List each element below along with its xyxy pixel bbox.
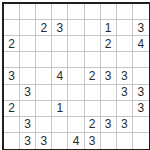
empty-cell-r8c1[interactable] <box>4 117 20 133</box>
clue-cell-r2c4: 3 <box>52 20 68 36</box>
clue-cell-r9c6: 3 <box>85 133 101 149</box>
clue-cell-r7c1: 2 <box>4 101 20 117</box>
empty-cell-r1c4[interactable] <box>52 4 68 20</box>
empty-cell-r1c3[interactable] <box>36 4 52 20</box>
empty-cell-r6c7[interactable] <box>101 85 117 101</box>
empty-cell-r6c1[interactable] <box>4 85 20 101</box>
empty-cell-r9c1[interactable] <box>4 133 20 149</box>
minesweeper-board: 23132243423333321332333343 <box>2 2 150 150</box>
empty-cell-r9c9[interactable] <box>133 133 149 149</box>
clue-cell-r9c5: 4 <box>68 133 84 149</box>
clue-cell-r2c9: 3 <box>133 20 149 36</box>
empty-cell-r4c3[interactable] <box>36 52 52 68</box>
empty-cell-r2c5[interactable] <box>68 20 84 36</box>
clue-cell-r3c7: 2 <box>101 36 117 52</box>
empty-cell-r3c6[interactable] <box>85 36 101 52</box>
clue-cell-r9c3: 3 <box>36 133 52 149</box>
empty-cell-r4c8[interactable] <box>117 52 133 68</box>
empty-cell-r4c6[interactable] <box>85 52 101 68</box>
clue-cell-r8c6: 2 <box>85 117 101 133</box>
empty-cell-r7c8[interactable] <box>117 101 133 117</box>
empty-cell-r6c6[interactable] <box>85 85 101 101</box>
empty-cell-r9c8[interactable] <box>117 133 133 149</box>
clue-cell-r3c1: 2 <box>4 36 20 52</box>
empty-cell-r3c4[interactable] <box>52 36 68 52</box>
empty-cell-r7c3[interactable] <box>36 101 52 117</box>
empty-cell-r8c5[interactable] <box>68 117 84 133</box>
empty-cell-r2c2[interactable] <box>20 20 36 36</box>
empty-cell-r9c4[interactable] <box>52 133 68 149</box>
empty-cell-r4c9[interactable] <box>133 52 149 68</box>
empty-cell-r1c8[interactable] <box>117 4 133 20</box>
clue-cell-r8c8: 3 <box>117 117 133 133</box>
empty-cell-r3c3[interactable] <box>36 36 52 52</box>
empty-cell-r7c5[interactable] <box>68 101 84 117</box>
empty-cell-r1c5[interactable] <box>68 4 84 20</box>
empty-cell-r2c1[interactable] <box>4 20 20 36</box>
clue-cell-r2c3: 2 <box>36 20 52 36</box>
empty-cell-r5c9[interactable] <box>133 68 149 84</box>
clue-cell-r9c2: 3 <box>20 133 36 149</box>
clue-cell-r2c7: 1 <box>101 20 117 36</box>
empty-cell-r8c4[interactable] <box>52 117 68 133</box>
empty-cell-r8c9[interactable] <box>133 117 149 133</box>
clue-cell-r6c8: 3 <box>117 85 133 101</box>
clue-cell-r6c9: 3 <box>133 85 149 101</box>
empty-cell-r1c6[interactable] <box>85 4 101 20</box>
empty-cell-r5c2[interactable] <box>20 68 36 84</box>
clue-cell-r3c9: 4 <box>133 36 149 52</box>
clue-cell-r6c2: 3 <box>20 85 36 101</box>
empty-cell-r1c9[interactable] <box>133 4 149 20</box>
clue-cell-r7c4: 1 <box>52 101 68 117</box>
empty-cell-r9c7[interactable] <box>101 133 117 149</box>
empty-cell-r4c4[interactable] <box>52 52 68 68</box>
empty-cell-r5c3[interactable] <box>36 68 52 84</box>
empty-cell-r7c2[interactable] <box>20 101 36 117</box>
clue-cell-r5c6: 2 <box>85 68 101 84</box>
empty-cell-r8c3[interactable] <box>36 117 52 133</box>
empty-cell-r7c6[interactable] <box>85 101 101 117</box>
empty-cell-r3c5[interactable] <box>68 36 84 52</box>
empty-cell-r3c2[interactable] <box>20 36 36 52</box>
empty-cell-r3c8[interactable] <box>117 36 133 52</box>
empty-cell-r4c7[interactable] <box>101 52 117 68</box>
clue-cell-r5c1: 3 <box>4 68 20 84</box>
empty-cell-r5c5[interactable] <box>68 68 84 84</box>
empty-cell-r1c1[interactable] <box>4 4 20 20</box>
empty-cell-r4c1[interactable] <box>4 52 20 68</box>
empty-cell-r6c3[interactable] <box>36 85 52 101</box>
empty-cell-r6c5[interactable] <box>68 85 84 101</box>
empty-cell-r4c5[interactable] <box>68 52 84 68</box>
empty-cell-r2c6[interactable] <box>85 20 101 36</box>
empty-cell-r2c8[interactable] <box>117 20 133 36</box>
empty-cell-r6c4[interactable] <box>52 85 68 101</box>
puzzle-canvas: 23132243423333321332333343 <box>0 0 150 150</box>
clue-cell-r5c4: 4 <box>52 68 68 84</box>
clue-cell-r7c9: 3 <box>133 101 149 117</box>
empty-cell-r7c7[interactable] <box>101 101 117 117</box>
clue-cell-r5c7: 3 <box>101 68 117 84</box>
clue-cell-r8c2: 3 <box>20 117 36 133</box>
empty-cell-r1c2[interactable] <box>20 4 36 20</box>
empty-cell-r1c7[interactable] <box>101 4 117 20</box>
clue-cell-r5c8: 3 <box>117 68 133 84</box>
clue-cell-r8c7: 3 <box>101 117 117 133</box>
empty-cell-r4c2[interactable] <box>20 52 36 68</box>
